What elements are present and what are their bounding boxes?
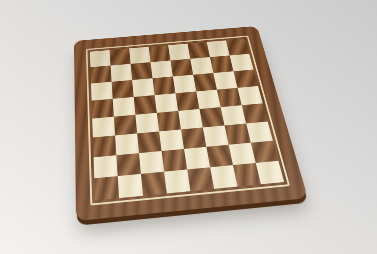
square-h4 [242, 103, 268, 123]
board-maple-inlay-border [86, 36, 290, 206]
square-b2 [116, 153, 141, 176]
square-a3 [93, 135, 116, 157]
square-b7 [111, 64, 133, 82]
chess-board [74, 26, 308, 221]
square-h2 [251, 141, 279, 163]
square-c3 [137, 131, 161, 153]
square-a6 [91, 82, 113, 101]
square-b1 [118, 174, 143, 198]
square-h1 [256, 161, 284, 185]
square-a5 [92, 99, 114, 119]
square-c4 [135, 113, 159, 134]
square-h6 [233, 70, 258, 88]
photo-background [0, 0, 377, 254]
square-d7 [151, 60, 173, 78]
square-h8 [226, 39, 249, 56]
square-b5 [113, 97, 136, 117]
square-c7 [131, 62, 153, 80]
square-b4 [114, 115, 137, 136]
square-d3 [159, 129, 184, 151]
square-d5 [155, 93, 179, 113]
board-squares-grid [90, 39, 284, 201]
square-d6 [153, 76, 176, 95]
square-d4 [157, 111, 181, 132]
square-a4 [92, 117, 115, 138]
square-c5 [134, 95, 157, 115]
square-b3 [115, 133, 139, 155]
square-d8 [149, 45, 171, 62]
square-a7 [90, 66, 111, 84]
square-h5 [238, 86, 263, 105]
square-a8 [90, 50, 111, 67]
square-b8 [110, 48, 131, 65]
square-h7 [230, 54, 254, 71]
square-d2 [162, 149, 188, 172]
square-h3 [246, 122, 273, 143]
square-c1 [141, 172, 167, 196]
square-c2 [139, 151, 164, 174]
square-b6 [112, 80, 134, 99]
square-a1 [94, 176, 119, 200]
square-a2 [94, 155, 118, 178]
square-c8 [129, 47, 150, 64]
square-d1 [164, 169, 190, 193]
square-c6 [132, 78, 155, 97]
